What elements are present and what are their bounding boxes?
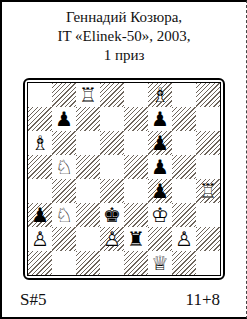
square-a4 [28, 179, 52, 203]
black-rook-e2: ♜ [124, 227, 148, 251]
square-f8: ♝♗ [148, 83, 172, 107]
white-king-f3: ♔ [148, 203, 172, 227]
square-a6: ♝♗ [28, 131, 52, 155]
square-h7 [196, 107, 220, 131]
square-b4 [52, 179, 76, 203]
square-b2 [52, 227, 76, 251]
award-line: 1 приз [2, 46, 246, 65]
square-a7 [28, 107, 52, 131]
board-frame-outer: ♜♖♝♗♟♟♟♟♝♗♟♟♞♘♟♟♟♟♜♖♟♟♞♘♚♚♚♔♟♙♟♙♜♜♟♙♛♕ [23, 78, 225, 280]
square-d8 [100, 83, 124, 107]
square-e2: ♜♜ [124, 227, 148, 251]
white-bishop-a6: ♗ [28, 131, 52, 155]
black-pawn-f6: ♟ [148, 131, 172, 155]
square-c7 [76, 107, 100, 131]
square-a8 [28, 83, 52, 107]
square-e7 [124, 107, 148, 131]
square-g5 [172, 155, 196, 179]
square-h1 [196, 251, 220, 275]
material-count-label: 11+8 [186, 290, 220, 310]
square-f4: ♟♟ [148, 179, 172, 203]
square-d3: ♚♚ [100, 203, 124, 227]
square-c2 [76, 227, 100, 251]
black-pawn-f7: ♟ [148, 107, 172, 131]
square-h5 [196, 155, 220, 179]
black-king-d3: ♚ [100, 203, 124, 227]
square-g3 [172, 203, 196, 227]
square-g1 [172, 251, 196, 275]
white-rook-c8: ♖ [76, 83, 100, 107]
board-frame-inner: ♜♖♝♗♟♟♟♟♝♗♟♟♞♘♟♟♟♟♜♖♟♟♞♘♚♚♚♔♟♙♟♙♜♜♟♙♛♕ [27, 82, 221, 276]
square-b5: ♞♘ [52, 155, 76, 179]
chess-board: ♜♖♝♗♟♟♟♟♝♗♟♟♞♘♟♟♟♟♜♖♟♟♞♘♚♚♚♔♟♙♟♙♜♜♟♙♛♕ [28, 83, 220, 275]
white-queen-f1: ♕ [148, 251, 172, 275]
square-c1 [76, 251, 100, 275]
square-e6 [124, 131, 148, 155]
square-f7: ♟♟ [148, 107, 172, 131]
square-h6 [196, 131, 220, 155]
square-e1 [124, 251, 148, 275]
black-pawn-f5: ♟ [148, 155, 172, 179]
square-c4 [76, 179, 100, 203]
square-a2: ♟♙ [28, 227, 52, 251]
square-a5 [28, 155, 52, 179]
square-e5 [124, 155, 148, 179]
square-g2: ♟♙ [172, 227, 196, 251]
caption-row: S#5 11+8 [20, 290, 220, 310]
square-g6 [172, 131, 196, 155]
white-pawn-a2: ♙ [28, 227, 52, 251]
square-g8 [172, 83, 196, 107]
square-d2: ♟♙ [100, 227, 124, 251]
square-d5 [100, 155, 124, 179]
square-d7 [100, 107, 124, 131]
square-b6 [52, 131, 76, 155]
black-pawn-f4: ♟ [148, 179, 172, 203]
square-e8 [124, 83, 148, 107]
square-c8: ♜♖ [76, 83, 100, 107]
square-a3: ♟♟ [28, 203, 52, 227]
white-bishop-f8: ♗ [148, 83, 172, 107]
square-f6: ♟♟ [148, 131, 172, 155]
square-b3: ♞♘ [52, 203, 76, 227]
square-b8 [52, 83, 76, 107]
problem-card: Геннадий Козюра, IT «Elinek-50», 2003, 1… [0, 0, 247, 319]
square-e4 [124, 179, 148, 203]
stipulation-label: S#5 [20, 290, 46, 310]
square-e3 [124, 203, 148, 227]
square-c3 [76, 203, 100, 227]
square-f2 [148, 227, 172, 251]
square-b1 [52, 251, 76, 275]
square-d4 [100, 179, 124, 203]
square-g4 [172, 179, 196, 203]
square-a1 [28, 251, 52, 275]
square-h4: ♜♖ [196, 179, 220, 203]
problem-title: Геннадий Козюра, IT «Elinek-50», 2003, 1… [2, 2, 246, 65]
square-c5 [76, 155, 100, 179]
tourney-line: IT «Elinek-50», 2003, [2, 27, 246, 46]
square-h3 [196, 203, 220, 227]
square-d6 [100, 131, 124, 155]
square-f3: ♚♔ [148, 203, 172, 227]
square-d1 [100, 251, 124, 275]
square-g7 [172, 107, 196, 131]
white-knight-b5: ♘ [52, 155, 76, 179]
square-f5: ♟♟ [148, 155, 172, 179]
square-b7: ♟♟ [52, 107, 76, 131]
white-pawn-g2: ♙ [172, 227, 196, 251]
black-pawn-b7: ♟ [52, 107, 76, 131]
white-pawn-d2: ♙ [100, 227, 124, 251]
author-name: Геннадий Козюра, [2, 8, 246, 27]
square-h2 [196, 227, 220, 251]
white-rook-h4: ♖ [196, 179, 220, 203]
black-pawn-a3: ♟ [28, 203, 52, 227]
square-c6 [76, 131, 100, 155]
square-h8 [196, 83, 220, 107]
white-knight-b3: ♘ [52, 203, 76, 227]
square-f1: ♛♕ [148, 251, 172, 275]
